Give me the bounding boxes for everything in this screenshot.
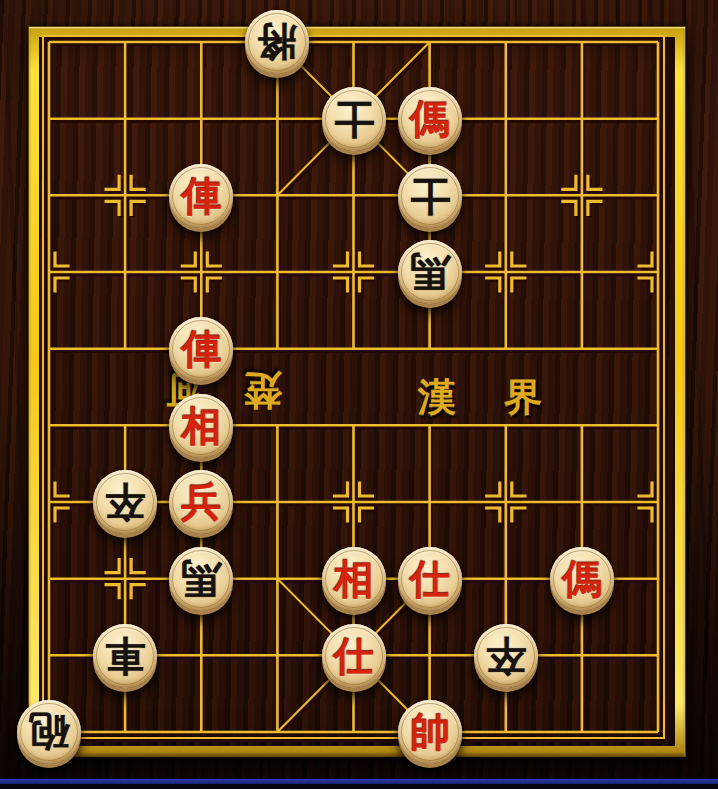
- xiangqi-scene: 楚河 漢界 將士傌俥士馬俥相卒兵馬相仕傌車仕卒砲帥: [0, 0, 718, 789]
- piece-black-soldier[interactable]: 卒: [93, 470, 157, 534]
- piece-red-horse[interactable]: 傌: [398, 87, 462, 151]
- piece-black-cannon[interactable]: 砲: [17, 700, 81, 764]
- piece-glyph: 相: [181, 406, 221, 446]
- piece-glyph: 相: [334, 559, 374, 599]
- piece-black-horse[interactable]: 馬: [398, 240, 462, 304]
- piece-black-general[interactable]: 將: [245, 10, 309, 74]
- piece-glyph: 帥: [410, 712, 450, 752]
- piece-glyph: 傌: [562, 559, 602, 599]
- piece-red-soldier[interactable]: 兵: [169, 470, 233, 534]
- piece-red-chariot[interactable]: 俥: [169, 317, 233, 381]
- piece-glyph: 將: [257, 22, 297, 62]
- piece-red-elephant[interactable]: 相: [322, 547, 386, 611]
- piece-black-soldier[interactable]: 卒: [474, 624, 538, 688]
- piece-red-horse[interactable]: 傌: [550, 547, 614, 611]
- piece-glyph: 兵: [181, 482, 221, 522]
- piece-glyph: 卒: [105, 482, 145, 522]
- piece-glyph: 俥: [181, 176, 221, 216]
- piece-glyph: 士: [334, 99, 374, 139]
- xiangqi-board-grid: 將士傌俥士馬俥相卒兵馬相仕傌車仕卒砲帥: [11, 4, 696, 771]
- piece-glyph: 砲: [29, 712, 69, 752]
- piece-glyph: 仕: [410, 559, 450, 599]
- piece-glyph: 傌: [410, 99, 450, 139]
- piece-red-advisor[interactable]: 仕: [398, 547, 462, 611]
- piece-black-chariot[interactable]: 車: [93, 624, 157, 688]
- piece-glyph: 馬: [410, 252, 450, 292]
- piece-glyph: 車: [105, 636, 145, 676]
- piece-black-advisor[interactable]: 士: [398, 164, 462, 228]
- piece-glyph: 卒: [486, 636, 526, 676]
- bottom-edge-black: [0, 784, 718, 789]
- piece-black-horse[interactable]: 馬: [169, 547, 233, 611]
- piece-glyph: 俥: [181, 329, 221, 369]
- piece-black-advisor[interactable]: 士: [322, 87, 386, 151]
- piece-glyph: 士: [410, 176, 450, 216]
- piece-red-general[interactable]: 帥: [398, 700, 462, 764]
- piece-red-chariot[interactable]: 俥: [169, 164, 233, 228]
- piece-glyph: 馬: [181, 559, 221, 599]
- piece-red-elephant[interactable]: 相: [169, 394, 233, 458]
- piece-red-advisor[interactable]: 仕: [322, 624, 386, 688]
- piece-glyph: 仕: [334, 636, 374, 676]
